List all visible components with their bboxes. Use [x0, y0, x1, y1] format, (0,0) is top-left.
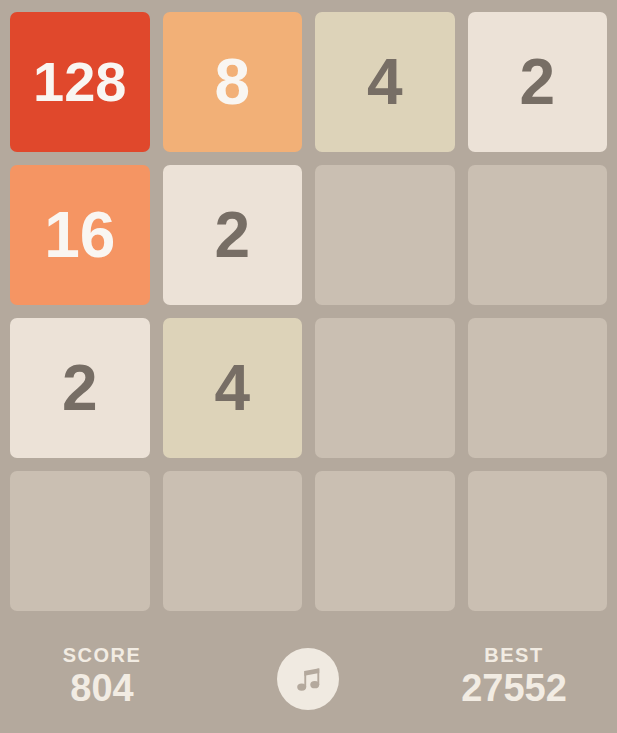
tile-128: 128	[10, 12, 150, 152]
music-note-icon	[290, 661, 326, 697]
score-panel: SCORE 804	[0, 644, 204, 708]
music-toggle-button[interactable]	[277, 648, 339, 710]
2048-app: 12884216224 SCORE 804 BEST	[0, 0, 617, 733]
empty-cell	[315, 471, 455, 611]
empty-cell	[468, 165, 608, 305]
best-panel: BEST 27552	[412, 644, 616, 708]
tile-2: 2	[10, 318, 150, 458]
best-value: 27552	[412, 668, 616, 708]
tile-16: 16	[10, 165, 150, 305]
empty-cell	[163, 471, 303, 611]
empty-cell	[315, 318, 455, 458]
status-bar: SCORE 804 BEST 27552	[0, 608, 617, 733]
best-label: BEST	[412, 644, 616, 666]
tile-4: 4	[315, 12, 455, 152]
empty-cell	[468, 471, 608, 611]
game-board[interactable]: 12884216224	[0, 0, 617, 614]
tile-2: 2	[163, 165, 303, 305]
score-label: SCORE	[0, 644, 204, 666]
score-value: 804	[0, 668, 204, 708]
empty-cell	[468, 318, 608, 458]
tile-4: 4	[163, 318, 303, 458]
empty-cell	[10, 471, 150, 611]
tile-2: 2	[468, 12, 608, 152]
empty-cell	[315, 165, 455, 305]
tile-8: 8	[163, 12, 303, 152]
